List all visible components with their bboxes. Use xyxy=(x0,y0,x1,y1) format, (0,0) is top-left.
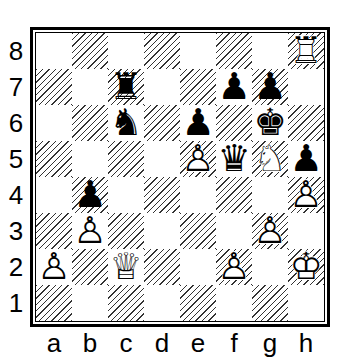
square-c8[interactable] xyxy=(108,33,144,69)
square-b1[interactable] xyxy=(72,285,108,321)
file-label-g: g xyxy=(252,329,288,357)
square-h8[interactable]: ♜♖ xyxy=(288,33,324,69)
square-b6[interactable] xyxy=(72,105,108,141)
file-label-a: a xyxy=(36,329,72,357)
square-f4[interactable] xyxy=(216,177,252,213)
square-b2[interactable] xyxy=(72,249,108,285)
square-d7[interactable] xyxy=(144,69,180,105)
square-h6[interactable] xyxy=(288,105,324,141)
piece-bP-e6: ♟ xyxy=(180,105,216,141)
file-label-b: b xyxy=(72,329,108,357)
square-a6[interactable] xyxy=(36,105,72,141)
square-e3[interactable] xyxy=(180,213,216,249)
piece-wP-f2: ♙ xyxy=(216,249,252,285)
square-h7[interactable] xyxy=(288,69,324,105)
square-b3[interactable]: ♟♙ xyxy=(72,213,108,249)
piece-wN-g5: ♘ xyxy=(252,141,288,177)
square-f5[interactable]: ♛ xyxy=(216,141,252,177)
piece-wP-e5: ♙ xyxy=(180,141,216,177)
square-b4[interactable]: ♟ xyxy=(72,177,108,213)
square-f1[interactable] xyxy=(216,285,252,321)
square-g7[interactable]: ♟ xyxy=(252,69,288,105)
square-h4[interactable]: ♟♙ xyxy=(288,177,324,213)
square-b5[interactable] xyxy=(72,141,108,177)
board-inner-border: ♜♖♜♟♟♞♟♚♟♙♛♞♘♟♟♟♙♟♙♟♙♟♙♛♕♟♙♚♔ xyxy=(35,32,325,322)
piece-wP-a2: ♙ xyxy=(36,249,72,285)
rank-label-5: 5 xyxy=(2,141,30,177)
piece-bP-b4: ♟ xyxy=(72,177,108,213)
square-g1[interactable] xyxy=(252,285,288,321)
square-e7[interactable] xyxy=(180,69,216,105)
square-c2[interactable]: ♛♕ xyxy=(108,249,144,285)
square-d1[interactable] xyxy=(144,285,180,321)
square-f7[interactable]: ♟ xyxy=(216,69,252,105)
square-a2[interactable]: ♟♙ xyxy=(36,249,72,285)
piece-bP-g7: ♟ xyxy=(252,69,288,105)
square-a4[interactable] xyxy=(36,177,72,213)
square-e6[interactable]: ♟ xyxy=(180,105,216,141)
piece-bP-h5: ♟ xyxy=(288,141,324,177)
square-f3[interactable] xyxy=(216,213,252,249)
square-g4[interactable] xyxy=(252,177,288,213)
piece-wP-b3: ♙ xyxy=(72,213,108,249)
square-g5[interactable]: ♞♘ xyxy=(252,141,288,177)
board-frame: ♜♖♜♟♟♞♟♚♟♙♛♞♘♟♟♟♙♟♙♟♙♟♙♛♕♟♙♚♔ xyxy=(30,27,330,327)
square-d3[interactable] xyxy=(144,213,180,249)
piece-wP-h4: ♙ xyxy=(288,177,324,213)
square-b7[interactable] xyxy=(72,69,108,105)
board-grid: ♜♖♜♟♟♞♟♚♟♙♛♞♘♟♟♟♙♟♙♟♙♟♙♛♕♟♙♚♔ xyxy=(36,33,324,321)
square-a5[interactable] xyxy=(36,141,72,177)
file-label-d: d xyxy=(144,329,180,357)
square-d8[interactable] xyxy=(144,33,180,69)
square-c6[interactable]: ♞ xyxy=(108,105,144,141)
piece-bQ-f5: ♛ xyxy=(216,141,252,177)
square-c5[interactable] xyxy=(108,141,144,177)
rank-label-2: 2 xyxy=(2,249,30,285)
file-label-h: h xyxy=(288,329,324,357)
piece-wR-h8: ♖ xyxy=(288,33,324,69)
piece-bK-g6: ♚ xyxy=(252,105,288,141)
rank-label-1: 1 xyxy=(2,285,30,321)
file-label-f: f xyxy=(216,329,252,357)
piece-bN-c6: ♞ xyxy=(108,105,144,141)
square-e4[interactable] xyxy=(180,177,216,213)
square-d4[interactable] xyxy=(144,177,180,213)
square-b8[interactable] xyxy=(72,33,108,69)
square-g8[interactable] xyxy=(252,33,288,69)
square-d5[interactable] xyxy=(144,141,180,177)
chess-diagram-page: 87654321 ♜♖♜♟♟♞♟♚♟♙♛♞♘♟♟♟♙♟♙♟♙♟♙♛♕♟♙♚♔ a… xyxy=(0,0,360,360)
piece-bR-c7: ♜ xyxy=(108,69,144,105)
square-g2[interactable] xyxy=(252,249,288,285)
square-e8[interactable] xyxy=(180,33,216,69)
piece-wQ-c2: ♕ xyxy=(108,249,144,285)
square-g6[interactable]: ♚ xyxy=(252,105,288,141)
square-a1[interactable] xyxy=(36,285,72,321)
square-f6[interactable] xyxy=(216,105,252,141)
square-h3[interactable] xyxy=(288,213,324,249)
square-d2[interactable] xyxy=(144,249,180,285)
rank-label-6: 6 xyxy=(2,105,30,141)
square-a7[interactable] xyxy=(36,69,72,105)
file-label-e: e xyxy=(180,329,216,357)
square-a3[interactable] xyxy=(36,213,72,249)
square-e5[interactable]: ♟♙ xyxy=(180,141,216,177)
square-c1[interactable] xyxy=(108,285,144,321)
rank-labels: 87654321 xyxy=(2,33,30,321)
square-e2[interactable] xyxy=(180,249,216,285)
square-c3[interactable] xyxy=(108,213,144,249)
piece-wP-g3: ♙ xyxy=(252,213,288,249)
piece-wK-h2: ♔ xyxy=(288,249,324,285)
square-h1[interactable] xyxy=(288,285,324,321)
rank-label-8: 8 xyxy=(2,33,30,69)
square-g3[interactable]: ♟♙ xyxy=(252,213,288,249)
square-h5[interactable]: ♟ xyxy=(288,141,324,177)
file-label-c: c xyxy=(108,329,144,357)
square-h2[interactable]: ♚♔ xyxy=(288,249,324,285)
square-c7[interactable]: ♜ xyxy=(108,69,144,105)
file-labels: abcdefgh xyxy=(36,329,324,357)
rank-label-7: 7 xyxy=(2,69,30,105)
rank-label-4: 4 xyxy=(2,177,30,213)
square-f8[interactable] xyxy=(216,33,252,69)
square-d6[interactable] xyxy=(144,105,180,141)
square-e1[interactable] xyxy=(180,285,216,321)
square-a8[interactable] xyxy=(36,33,72,69)
rank-label-3: 3 xyxy=(2,213,30,249)
piece-bP-f7: ♟ xyxy=(216,69,252,105)
square-c4[interactable] xyxy=(108,177,144,213)
square-f2[interactable]: ♟♙ xyxy=(216,249,252,285)
